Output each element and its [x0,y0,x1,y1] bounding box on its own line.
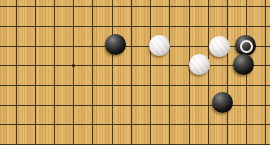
grid-line-horizontal [0,6,270,7]
grid-line-horizontal [0,85,270,86]
white-stone [209,36,230,57]
black-stone [105,34,126,55]
grid-line-horizontal [0,26,270,27]
black-stone [235,35,256,56]
black-stone [233,54,254,75]
last-move-marker [240,40,253,53]
white-stone [189,54,210,75]
grid-line-horizontal [0,65,270,66]
white-stone [149,35,170,56]
black-stone [212,92,233,113]
star-point [72,64,75,67]
go-board[interactable] [0,0,270,145]
grid-line-horizontal [0,144,270,145]
grid-line-horizontal [0,124,270,125]
